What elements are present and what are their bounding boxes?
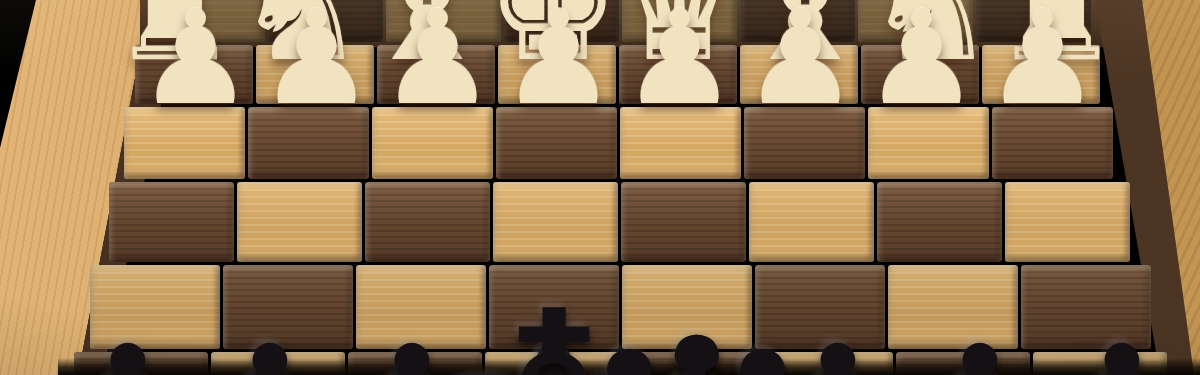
pieces-layer: ♜♞♝♚♛♝♞♜♟♟♟♟♟♟♟♟♟♟♟♟♟♟♟♟♜♞♝♚♛♝♞♜ xyxy=(0,0,1200,375)
piece-white-pawn-f2[interactable]: ♟ xyxy=(379,0,496,123)
piece-white-pawn-h2[interactable]: ♟ xyxy=(137,0,254,123)
piece-white-pawn-a2[interactable]: ♟ xyxy=(984,0,1101,123)
piece-white-pawn-e2[interactable]: ♟ xyxy=(500,0,617,123)
piece-black-queen-d8[interactable]: ♛ xyxy=(512,287,880,375)
piece-black-pawn-a7[interactable]: ♟ xyxy=(1024,318,1200,375)
piece-white-pawn-b2[interactable]: ♟ xyxy=(863,0,980,123)
chess-board-photo: ♜♞♝♚♛♝♞♜♟♟♟♟♟♟♟♟♟♟♟♟♟♟♟♟♜♞♝♚♛♝♞♜ Overhea… xyxy=(0,0,1200,375)
piece-white-pawn-c2[interactable]: ♟ xyxy=(742,0,859,123)
piece-white-pawn-g2[interactable]: ♟ xyxy=(258,0,375,123)
piece-white-pawn-d2[interactable]: ♟ xyxy=(621,0,738,123)
